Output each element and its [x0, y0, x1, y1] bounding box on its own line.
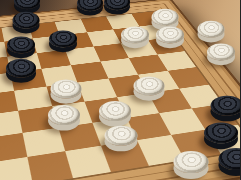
black-checker-b2[interactable] — [13, 12, 40, 29]
white-checker-e7[interactable] — [99, 101, 131, 121]
table-background — [0, 0, 240, 180]
white-checker-c7[interactable] — [48, 105, 80, 125]
white-checker-captured[interactable] — [174, 151, 209, 173]
black-checker-b1[interactable] — [14, 0, 40, 9]
black-checker-b6[interactable] — [6, 59, 36, 78]
white-checker-f2[interactable] — [152, 9, 179, 26]
white-checker-h2[interactable] — [198, 21, 225, 38]
black-checker-captured[interactable] — [204, 122, 238, 143]
black-checker-captured[interactable] — [211, 96, 241, 116]
white-checker-h4[interactable] — [207, 43, 235, 60]
